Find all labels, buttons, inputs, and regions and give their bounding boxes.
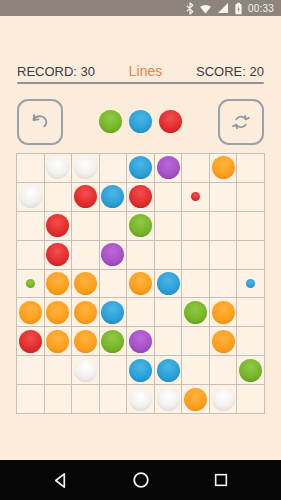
cell-r8c2[interactable] [45, 356, 72, 384]
ball-purple[interactable] [101, 243, 124, 266]
next-ball-blue [129, 110, 152, 133]
cell-r1c3[interactable] [72, 154, 99, 182]
cell-r6c8[interactable] [210, 298, 237, 326]
record-label: RECORD: 30 [17, 64, 95, 79]
refresh-arrows-icon [229, 110, 253, 134]
game-board [16, 153, 265, 414]
ball-red[interactable] [19, 330, 42, 353]
cell-r1c8[interactable] [210, 154, 237, 182]
cell-r8c3[interactable] [72, 356, 99, 384]
android-nav-bar [0, 460, 281, 500]
cell-r6c9[interactable] [237, 298, 264, 326]
cell-r5c4[interactable] [100, 270, 127, 298]
cell-r1c4[interactable] [100, 154, 127, 182]
ball-white[interactable] [46, 156, 69, 179]
ball-blue[interactable] [129, 156, 152, 179]
cell-r6c2[interactable] [45, 298, 72, 326]
cell-r8c5[interactable] [127, 356, 154, 384]
bluetooth-icon [186, 2, 194, 15]
ball-orange[interactable] [212, 330, 235, 353]
battery-charging-icon [234, 2, 243, 15]
ball-orange[interactable] [184, 388, 207, 411]
cell-r1c6[interactable] [155, 154, 182, 182]
cell-r3c5[interactable] [127, 212, 154, 240]
cell-r3c1[interactable] [17, 212, 44, 240]
ball-white[interactable] [74, 359, 97, 382]
cell-r3c9[interactable] [237, 212, 264, 240]
header: RECORD: 30 Lines SCORE: 20 [17, 63, 264, 79]
cell-r6c5[interactable] [127, 298, 154, 326]
cell-r8c6[interactable] [155, 356, 182, 384]
cell-r4c2[interactable] [45, 241, 72, 269]
cell-r6c1[interactable] [17, 298, 44, 326]
ball-orange[interactable] [74, 301, 97, 324]
cell-r5c9[interactable] [237, 270, 264, 298]
ball-white[interactable] [19, 185, 42, 208]
next-ball-red [159, 110, 182, 133]
cell-r7c9[interactable] [237, 327, 264, 355]
ball-purple[interactable] [129, 330, 152, 353]
cell-r1c1[interactable] [17, 154, 44, 182]
cell-r3c6[interactable] [155, 212, 182, 240]
cell-r7c3[interactable] [72, 327, 99, 355]
cell-r9c7[interactable] [182, 385, 209, 413]
wifi-icon [199, 3, 212, 14]
score-label: SCORE: 20 [196, 64, 264, 79]
cell-r9c6[interactable] [155, 385, 182, 413]
cell-r7c1[interactable] [17, 327, 44, 355]
ball-red[interactable] [129, 185, 152, 208]
ball-white[interactable] [129, 388, 152, 411]
cell-r5c2[interactable] [45, 270, 72, 298]
cell-r5c5[interactable] [127, 270, 154, 298]
cell-r9c4[interactable] [100, 385, 127, 413]
ball-orange[interactable] [19, 301, 42, 324]
ball-red[interactable] [74, 185, 97, 208]
status-bar: 00:33 [0, 0, 281, 16]
ball-orange[interactable] [46, 301, 69, 324]
cell-r5c6[interactable] [155, 270, 182, 298]
cellular-signal-icon [217, 3, 229, 14]
ball-blue[interactable] [101, 185, 124, 208]
cell-r2c4[interactable] [100, 183, 127, 211]
cell-r1c7[interactable] [182, 154, 209, 182]
ball-red[interactable] [46, 243, 69, 266]
cell-r8c8[interactable] [210, 356, 237, 384]
cell-r7c4[interactable] [100, 327, 127, 355]
cell-r2c5[interactable] [127, 183, 154, 211]
cell-r4c3[interactable] [72, 241, 99, 269]
cell-r2c2[interactable] [45, 183, 72, 211]
cell-r9c5[interactable] [127, 385, 154, 413]
ball-green[interactable] [129, 214, 152, 237]
ball-white[interactable] [212, 388, 235, 411]
status-time: 00:33 [248, 3, 274, 14]
cell-r3c3[interactable] [72, 212, 99, 240]
cell-r7c2[interactable] [45, 327, 72, 355]
ball-white[interactable] [157, 388, 180, 411]
cell-r4c9[interactable] [237, 241, 264, 269]
cell-r2c9[interactable] [237, 183, 264, 211]
cell-r6c3[interactable] [72, 298, 99, 326]
cell-r7c6[interactable] [155, 327, 182, 355]
cell-r5c1[interactable] [17, 270, 44, 298]
ball-blue[interactable] [129, 359, 152, 382]
cell-r9c2[interactable] [45, 385, 72, 413]
cell-r1c9[interactable] [237, 154, 264, 182]
app-title: Lines [129, 63, 162, 79]
cell-r7c5[interactable] [127, 327, 154, 355]
cell-r7c8[interactable] [210, 327, 237, 355]
cell-r3c4[interactable] [100, 212, 127, 240]
back-button[interactable] [52, 472, 69, 489]
cell-r9c8[interactable] [210, 385, 237, 413]
ball-purple[interactable] [157, 156, 180, 179]
ball-blue[interactable] [157, 272, 180, 295]
cell-r2c7[interactable] [182, 183, 209, 211]
ball-orange[interactable] [212, 156, 235, 179]
cell-r3c7[interactable] [182, 212, 209, 240]
ball-green[interactable] [184, 301, 207, 324]
ball-red[interactable] [46, 214, 69, 237]
cell-r9c3[interactable] [72, 385, 99, 413]
cell-r8c7[interactable] [182, 356, 209, 384]
cell-r4c1[interactable] [17, 241, 44, 269]
cell-r6c7[interactable] [182, 298, 209, 326]
small-ball-green[interactable] [26, 279, 35, 288]
cell-r4c8[interactable] [210, 241, 237, 269]
ball-orange[interactable] [46, 330, 69, 353]
ball-blue[interactable] [101, 301, 124, 324]
ball-orange[interactable] [74, 330, 97, 353]
ball-orange[interactable] [46, 272, 69, 295]
cell-r4c5[interactable] [127, 241, 154, 269]
cell-r9c9[interactable] [237, 385, 264, 413]
small-ball-red[interactable] [191, 192, 200, 201]
ball-green[interactable] [101, 330, 124, 353]
cell-r4c7[interactable] [182, 241, 209, 269]
cell-r8c4[interactable] [100, 356, 127, 384]
cell-r1c5[interactable] [127, 154, 154, 182]
recents-button[interactable] [213, 472, 229, 488]
cell-r3c8[interactable] [210, 212, 237, 240]
home-button[interactable] [132, 471, 150, 489]
cell-r2c6[interactable] [155, 183, 182, 211]
header-separator [17, 82, 264, 84]
small-ball-blue[interactable] [246, 279, 255, 288]
cell-r8c1[interactable] [17, 356, 44, 384]
ball-blue[interactable] [157, 359, 180, 382]
cell-r5c3[interactable] [72, 270, 99, 298]
cell-r2c1[interactable] [17, 183, 44, 211]
ball-white[interactable] [74, 156, 97, 179]
ball-orange[interactable] [74, 272, 97, 295]
app-screen: 00:33 RECORD: 30 Lines SCORE: 20 [0, 0, 281, 500]
cell-r3c2[interactable] [45, 212, 72, 240]
cell-r5c7[interactable] [182, 270, 209, 298]
cell-r1c2[interactable] [45, 154, 72, 182]
cell-r8c9[interactable] [237, 356, 264, 384]
cell-r4c6[interactable] [155, 241, 182, 269]
cell-r4c4[interactable] [100, 241, 127, 269]
cell-r6c6[interactable] [155, 298, 182, 326]
cell-r2c8[interactable] [210, 183, 237, 211]
cell-r7c7[interactable] [182, 327, 209, 355]
refresh-button[interactable] [218, 99, 264, 145]
ball-green[interactable] [239, 359, 262, 382]
cell-r6c4[interactable] [100, 298, 127, 326]
cell-r2c3[interactable] [72, 183, 99, 211]
cell-r5c8[interactable] [210, 270, 237, 298]
ball-orange[interactable] [129, 272, 152, 295]
cell-r9c1[interactable] [17, 385, 44, 413]
ball-orange[interactable] [212, 301, 235, 324]
next-ball-green [99, 110, 122, 133]
